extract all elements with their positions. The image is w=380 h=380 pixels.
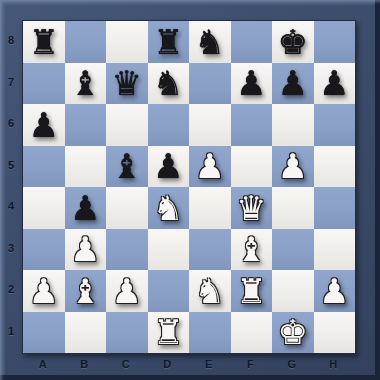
square-h5[interactable]	[314, 146, 356, 188]
piece-white-king[interactable]: ♚	[278, 315, 308, 349]
square-f8[interactable]	[231, 21, 273, 63]
square-d3[interactable]	[148, 229, 190, 271]
square-e5[interactable]: ♟	[189, 146, 231, 188]
board-frame: ♜♜♞♚♝♛♞♟♟♟♟♝♟♟♟♟♞♛♟♝♟♝♟♞♜♟♜♚ 87654321 AB…	[0, 0, 380, 380]
piece-black-rook[interactable]: ♜	[29, 25, 59, 59]
square-b4[interactable]: ♟	[65, 187, 107, 229]
rank-label-8: 8	[0, 20, 22, 62]
rank-label-3: 3	[0, 228, 22, 270]
square-e1[interactable]	[189, 312, 231, 354]
piece-black-king[interactable]: ♚	[278, 25, 308, 59]
square-h2[interactable]: ♟	[314, 270, 356, 312]
piece-black-rook[interactable]: ♜	[153, 25, 183, 59]
piece-white-bishop[interactable]: ♝	[236, 232, 266, 266]
piece-white-pawn[interactable]: ♟	[29, 274, 59, 308]
piece-white-bishop[interactable]: ♝	[70, 274, 100, 308]
square-f5[interactable]	[231, 146, 273, 188]
square-a5[interactable]	[23, 146, 65, 188]
piece-black-pawn[interactable]: ♟	[278, 66, 308, 100]
file-label-c: C	[105, 352, 147, 376]
square-e3[interactable]	[189, 229, 231, 271]
square-a6[interactable]: ♟	[23, 104, 65, 146]
file-label-g: G	[271, 352, 313, 376]
square-g7[interactable]: ♟	[272, 63, 314, 105]
square-a1[interactable]	[23, 312, 65, 354]
square-b8[interactable]	[65, 21, 107, 63]
square-f4[interactable]: ♛	[231, 187, 273, 229]
piece-white-rook[interactable]: ♜	[236, 274, 266, 308]
piece-white-rook[interactable]: ♜	[153, 315, 183, 349]
piece-white-pawn[interactable]: ♟	[112, 274, 142, 308]
square-f3[interactable]: ♝	[231, 229, 273, 271]
square-c6[interactable]	[106, 104, 148, 146]
square-g6[interactable]	[272, 104, 314, 146]
square-e7[interactable]	[189, 63, 231, 105]
square-h6[interactable]	[314, 104, 356, 146]
square-b5[interactable]	[65, 146, 107, 188]
square-g8[interactable]: ♚	[272, 21, 314, 63]
square-h4[interactable]	[314, 187, 356, 229]
square-a7[interactable]	[23, 63, 65, 105]
square-g5[interactable]: ♟	[272, 146, 314, 188]
piece-white-knight[interactable]: ♞	[195, 274, 225, 308]
square-c2[interactable]: ♟	[106, 270, 148, 312]
piece-black-knight[interactable]: ♞	[153, 66, 183, 100]
file-label-a: A	[22, 352, 64, 376]
square-b3[interactable]: ♟	[65, 229, 107, 271]
piece-white-pawn[interactable]: ♟	[319, 274, 349, 308]
square-g2[interactable]	[272, 270, 314, 312]
square-f2[interactable]: ♜	[231, 270, 273, 312]
piece-black-bishop[interactable]: ♝	[112, 149, 142, 183]
square-e6[interactable]	[189, 104, 231, 146]
square-c1[interactable]	[106, 312, 148, 354]
square-b7[interactable]: ♝	[65, 63, 107, 105]
square-c7[interactable]: ♛	[106, 63, 148, 105]
square-d7[interactable]: ♞	[148, 63, 190, 105]
piece-white-pawn[interactable]: ♟	[278, 149, 308, 183]
piece-black-pawn[interactable]: ♟	[29, 108, 59, 142]
rank-label-1: 1	[0, 311, 22, 353]
piece-white-pawn[interactable]: ♟	[195, 149, 225, 183]
square-b2[interactable]: ♝	[65, 270, 107, 312]
square-d1[interactable]: ♜	[148, 312, 190, 354]
piece-white-pawn[interactable]: ♟	[70, 232, 100, 266]
square-e4[interactable]	[189, 187, 231, 229]
rank-label-5: 5	[0, 145, 22, 187]
square-h3[interactable]	[314, 229, 356, 271]
square-g1[interactable]: ♚	[272, 312, 314, 354]
square-d2[interactable]	[148, 270, 190, 312]
square-d6[interactable]	[148, 104, 190, 146]
file-label-b: B	[64, 352, 106, 376]
square-b6[interactable]	[65, 104, 107, 146]
square-d5[interactable]: ♟	[148, 146, 190, 188]
square-c5[interactable]: ♝	[106, 146, 148, 188]
piece-black-pawn[interactable]: ♟	[153, 149, 183, 183]
square-b1[interactable]	[65, 312, 107, 354]
piece-white-queen[interactable]: ♛	[236, 191, 266, 225]
piece-black-queen[interactable]: ♛	[112, 66, 142, 100]
square-d4[interactable]: ♞	[148, 187, 190, 229]
chess-board: ♜♜♞♚♝♛♞♟♟♟♟♝♟♟♟♟♞♛♟♝♟♝♟♞♜♟♜♚	[22, 20, 356, 354]
piece-black-knight[interactable]: ♞	[195, 25, 225, 59]
square-f6[interactable]	[231, 104, 273, 146]
square-g4[interactable]	[272, 187, 314, 229]
square-f7[interactable]: ♟	[231, 63, 273, 105]
piece-black-bishop[interactable]: ♝	[70, 66, 100, 100]
file-label-h: H	[313, 352, 355, 376]
file-label-d: D	[147, 352, 189, 376]
rank-label-4: 4	[0, 186, 22, 228]
square-e2[interactable]: ♞	[189, 270, 231, 312]
piece-black-pawn[interactable]: ♟	[70, 191, 100, 225]
square-h1[interactable]	[314, 312, 356, 354]
square-g3[interactable]	[272, 229, 314, 271]
square-a8[interactable]: ♜	[23, 21, 65, 63]
rank-label-7: 7	[0, 62, 22, 104]
square-c3[interactable]	[106, 229, 148, 271]
square-h7[interactable]: ♟	[314, 63, 356, 105]
file-label-f: F	[230, 352, 272, 376]
square-c4[interactable]	[106, 187, 148, 229]
file-label-e: E	[188, 352, 230, 376]
rank-label-2: 2	[0, 269, 22, 311]
square-c8[interactable]	[106, 21, 148, 63]
square-f1[interactable]	[231, 312, 273, 354]
piece-white-knight[interactable]: ♞	[153, 191, 183, 225]
square-e8[interactable]: ♞	[189, 21, 231, 63]
square-a3[interactable]	[23, 229, 65, 271]
rank-label-6: 6	[0, 103, 22, 145]
square-d8[interactable]: ♜	[148, 21, 190, 63]
piece-black-pawn[interactable]: ♟	[236, 66, 266, 100]
piece-black-pawn[interactable]: ♟	[319, 66, 349, 100]
square-a4[interactable]	[23, 187, 65, 229]
square-a2[interactable]: ♟	[23, 270, 65, 312]
square-h8[interactable]	[314, 21, 356, 63]
